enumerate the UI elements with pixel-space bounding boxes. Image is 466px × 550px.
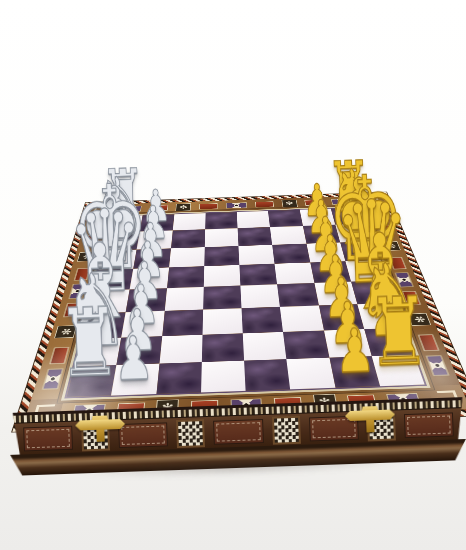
square-r7c1: ♟ [111,363,159,395]
square-r4c5 [277,283,318,307]
square-r2c4 [238,245,274,265]
square-r7c4 [244,359,290,391]
square-r4c2 [164,287,203,311]
square-r0c5 [268,210,303,227]
chess-board: ♜♟♟♜♞♟♟♞♝♟♟♝♚♟♟♚♛♟♟♛♝♟♟♝♞♟♟♞♜♟♟♜ [64,207,427,399]
inlay-red-motif [255,201,274,207]
square-r7c5 [287,358,336,390]
board-lid-top: ✻✻ ✻✻ ✻✻ ✻✻ ♜♟♟♜♞♟♟♞♝♟♟♝♚♟♟♚♛♟♟♛♝♟♟♝♞♟♟♞… [12,192,466,432]
square-r2c2 [169,247,205,267]
wood-panel [213,419,263,445]
square-r0c2 [172,213,205,230]
inlay-star-motif: ✻ [281,200,297,208]
lid-perspective: ✻✻ ✻✻ ✻✻ ✻✻ ♜♟♟♜♞♟♟♞♝♟♟♝♚♟♟♚♛♟♟♛♝♟♟♝♞♟♟♞… [0,0,463,414]
inlay-eye-motif [226,202,247,208]
photo-background: ✻✻ ✻✻ ✻✻ ✻✻ ♜♟♟♜♞♟♟♞♝♟♟♝♚♟♟♚♛♟♟♛♝♟♟♝♞♟♟♞… [0,0,466,550]
square-r4c3 [203,286,242,310]
square-r4c4 [240,284,280,308]
square-r6c5 [283,330,329,359]
square-r0c4 [237,211,270,228]
square-r5c3 [202,308,242,334]
square-r6c2 [159,335,202,364]
square-r7c2 [156,362,202,394]
square-r1c5 [270,226,306,245]
mosaic-square [272,416,301,445]
square-r2c3 [204,246,239,266]
inlay-star-motif: ✻ [77,252,96,262]
square-r7c7: ♜ [372,355,425,387]
square-r3c2 [167,266,204,288]
inlay-star-motif: ✻ [381,241,401,251]
chess-box: ✻✻ ✻✻ ✻✻ ✻✻ ♜♟♟♜♞♟♟♞♝♟♟♝♚♟♟♚♛♟♟♛♝♟♟♝♞♟♟♞… [0,0,466,550]
wood-panel [404,412,454,438]
brass-latch-right [345,405,396,433]
square-r3c3 [204,265,241,287]
square-r2c5 [272,243,310,263]
square-r6c4 [243,332,287,361]
white-pawn: ♟ [113,328,155,389]
square-r0c3 [205,212,238,229]
square-r3c4 [239,264,277,286]
square-r7c3 [201,361,246,393]
brass-latch-left [75,415,126,443]
square-r1c3 [205,228,239,247]
wood-panel [23,426,73,452]
black-rook: ♜ [366,285,431,381]
square-r6c3 [202,333,244,362]
inlay-red-motif [199,203,217,209]
mosaic-square [176,419,205,448]
wood-panel [118,422,168,448]
square-r5c2 [162,310,203,336]
square-r3c5 [275,262,314,284]
inlay-star-motif: ✻ [176,203,192,211]
square-r5c4 [242,307,284,333]
inlay-red-motif [84,235,99,246]
square-r5c5 [280,306,324,332]
square-r1c2 [171,229,205,248]
inlay-star-motif: ✻ [54,325,77,338]
square-r1c4 [238,227,273,246]
square-r7c0: ♜ [67,365,117,397]
